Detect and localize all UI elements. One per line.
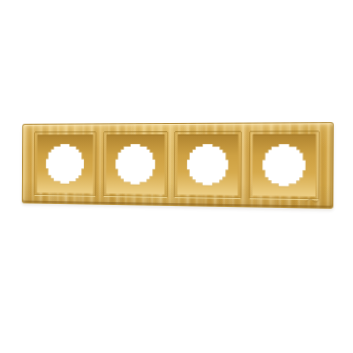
gang-window-2 xyxy=(102,131,167,198)
gang-window-1 xyxy=(34,131,97,197)
gang-window-3 xyxy=(174,131,242,199)
switch-frame xyxy=(22,122,334,209)
stepped-cutout-icon xyxy=(102,131,167,198)
stepped-cutout-icon xyxy=(174,131,242,199)
embossed-maker-mark-icon xyxy=(305,190,320,199)
product-photo-canvas xyxy=(0,0,353,353)
stepped-cutout-icon xyxy=(34,131,97,197)
